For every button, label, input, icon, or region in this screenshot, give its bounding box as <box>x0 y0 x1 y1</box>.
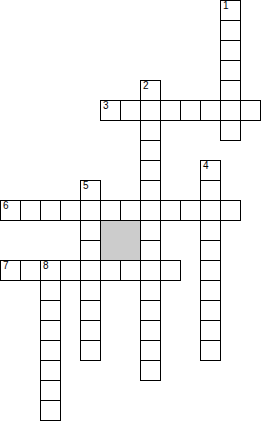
grid-cell[interactable] <box>80 200 101 221</box>
clue-number: 3 <box>103 101 109 111</box>
grid-cell[interactable] <box>140 240 161 261</box>
grid-cell[interactable]: 7 <box>0 260 21 281</box>
grid-cell[interactable]: 1 <box>220 0 241 21</box>
grid-cell[interactable] <box>140 280 161 301</box>
grid-cell[interactable] <box>200 200 221 221</box>
grid-cell[interactable] <box>200 100 221 121</box>
grid-cell[interactable] <box>200 320 221 341</box>
grid-cell[interactable] <box>200 220 221 241</box>
grid-cell[interactable] <box>80 320 101 341</box>
grid-cell[interactable] <box>220 120 241 141</box>
grid-cell[interactable] <box>120 260 141 281</box>
grid-cell[interactable] <box>60 260 81 281</box>
grid-cell[interactable] <box>140 340 161 361</box>
grid-cell[interactable] <box>220 60 241 81</box>
grid-cell[interactable]: 3 <box>100 100 121 121</box>
grid-cell[interactable] <box>80 240 101 261</box>
grid-cell[interactable]: 4 <box>200 160 221 181</box>
grid-cell[interactable] <box>40 300 61 321</box>
grid-cell[interactable] <box>160 200 181 221</box>
grid-cell[interactable] <box>40 400 61 421</box>
grid-cell[interactable] <box>140 200 161 221</box>
grid-cell[interactable] <box>140 160 161 181</box>
grid-cell[interactable] <box>140 300 161 321</box>
grid-cell[interactable] <box>220 80 241 101</box>
grid-cell[interactable] <box>200 260 221 281</box>
grid-cell[interactable] <box>220 100 241 121</box>
grid-cell[interactable] <box>220 20 241 41</box>
grid-cell[interactable] <box>120 100 141 121</box>
grid-cell[interactable] <box>140 100 161 121</box>
clue-number: 1 <box>223 1 229 11</box>
grid-cell[interactable] <box>200 240 221 261</box>
clue-number: 2 <box>143 81 149 91</box>
grid-cell[interactable] <box>140 120 161 141</box>
grid-cell[interactable] <box>80 220 101 241</box>
grid-cell[interactable] <box>40 320 61 341</box>
grid-cell[interactable] <box>40 380 61 401</box>
grid-cell[interactable]: 2 <box>140 80 161 101</box>
grid-cell[interactable] <box>60 200 81 221</box>
grid-cell[interactable] <box>20 260 41 281</box>
grid-cell[interactable] <box>40 340 61 361</box>
grid-cell[interactable] <box>120 200 141 221</box>
grid-cell[interactable] <box>140 180 161 201</box>
grid-cell[interactable] <box>140 360 161 381</box>
grid-cell[interactable] <box>220 200 241 221</box>
grid-cell[interactable] <box>200 280 221 301</box>
grid-cell[interactable] <box>80 340 101 361</box>
grid-cell[interactable] <box>200 340 221 361</box>
grid-cell[interactable] <box>200 300 221 321</box>
grid-cell[interactable] <box>40 280 61 301</box>
clue-number: 5 <box>83 181 89 191</box>
grid-cell[interactable] <box>100 260 121 281</box>
grid-cell[interactable] <box>140 260 161 281</box>
grid-cell[interactable] <box>180 200 201 221</box>
grid-cell[interactable]: 5 <box>80 180 101 201</box>
clue-number: 4 <box>203 161 209 171</box>
grid-cell[interactable] <box>100 200 121 221</box>
grid-cell[interactable] <box>240 100 261 121</box>
grid-cell[interactable] <box>20 200 41 221</box>
grid-cell[interactable] <box>220 40 241 61</box>
grid-cell[interactable] <box>180 100 201 121</box>
shaded-block <box>100 220 141 261</box>
grid-cell[interactable] <box>80 300 101 321</box>
grid-cell[interactable] <box>160 100 181 121</box>
grid-cell[interactable] <box>140 220 161 241</box>
grid-cell[interactable] <box>40 360 61 381</box>
grid-cell[interactable]: 8 <box>40 260 61 281</box>
clue-number: 6 <box>3 201 9 211</box>
crossword-board: 12345678 <box>0 0 261 421</box>
grid-cell[interactable] <box>40 200 61 221</box>
grid-cell[interactable] <box>140 320 161 341</box>
grid-cell[interactable] <box>80 260 101 281</box>
grid-cell[interactable]: 6 <box>0 200 21 221</box>
grid-cell[interactable] <box>160 260 181 281</box>
clue-number: 7 <box>3 261 9 271</box>
clue-number: 8 <box>43 261 49 271</box>
grid-cell[interactable] <box>140 140 161 161</box>
grid-cell[interactable] <box>80 280 101 301</box>
grid-cell[interactable] <box>200 180 221 201</box>
